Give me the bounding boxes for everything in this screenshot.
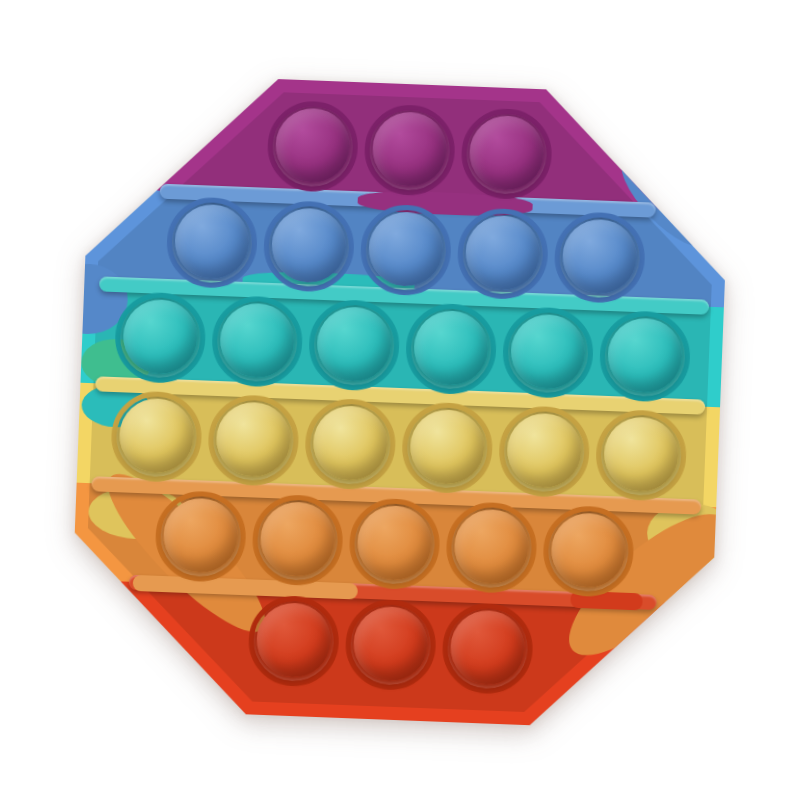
bubble-row-red bbox=[0, 0, 800, 800]
pop-it-board bbox=[0, 0, 800, 800]
photo-background bbox=[0, 0, 800, 800]
bubble[interactable] bbox=[344, 598, 437, 691]
bubble[interactable] bbox=[441, 602, 534, 695]
bubble[interactable] bbox=[247, 594, 340, 687]
bubble-grid bbox=[0, 0, 800, 800]
